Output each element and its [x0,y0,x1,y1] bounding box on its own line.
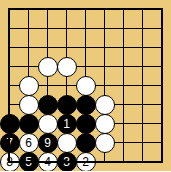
board-point[interactable] [38,114,57,133]
board-point[interactable]: 8 [0,152,19,171]
board-point[interactable] [57,0,76,19]
move-number-label: 6 [25,137,32,149]
stone-black[interactable] [0,114,20,134]
board-point[interactable] [76,19,95,38]
board-point[interactable] [114,152,133,171]
stone-black-move-9[interactable]: 9 [38,133,58,153]
board-point[interactable] [57,95,76,114]
stone-white-move-4[interactable]: 4 [38,152,58,172]
board-point[interactable] [95,38,114,57]
stone-black[interactable] [76,133,96,153]
move-number-label: 8 [6,156,13,168]
board-point[interactable] [133,152,152,171]
board-point[interactable] [114,0,133,19]
board-point[interactable] [0,57,19,76]
board-point[interactable] [76,0,95,19]
move-number-label: 4 [44,156,51,168]
board-point[interactable] [95,57,114,76]
board-point[interactable] [19,19,38,38]
board-point[interactable]: 2 [76,152,95,171]
stone-black[interactable] [76,95,96,115]
board-point[interactable] [114,57,133,76]
board-point[interactable] [76,114,95,133]
board-point[interactable] [19,114,38,133]
stone-white[interactable] [95,95,115,115]
stone-white[interactable] [95,114,115,134]
board-point[interactable] [152,133,171,152]
board-point[interactable]: 3 [57,152,76,171]
board-point[interactable] [95,19,114,38]
board-point[interactable] [57,76,76,95]
board-point[interactable] [76,38,95,57]
board-point[interactable] [76,57,95,76]
board-point[interactable] [0,38,19,57]
board-point[interactable] [0,19,19,38]
board-point[interactable] [114,38,133,57]
move-number-label: 2 [82,156,89,168]
board-point[interactable] [114,19,133,38]
board-point[interactable] [152,38,171,57]
board-point[interactable]: 4 [38,152,57,171]
board-point[interactable] [95,152,114,171]
stone-white-move-6[interactable]: 6 [19,133,39,153]
board-point[interactable]: 9 [38,133,57,152]
stone-black-move-7[interactable]: 7 [0,133,20,153]
board-point[interactable] [19,95,38,114]
board-point[interactable]: 6 [19,133,38,152]
stone-black-move-3[interactable]: 3 [57,152,77,172]
board-point[interactable] [76,133,95,152]
stone-black[interactable] [19,114,39,134]
board-point[interactable] [38,76,57,95]
board-point[interactable] [38,0,57,19]
board-point[interactable] [0,95,19,114]
board-point[interactable] [76,95,95,114]
board-point[interactable] [19,38,38,57]
board-point[interactable] [152,114,171,133]
board-point[interactable] [95,76,114,95]
board-point[interactable] [38,38,57,57]
board-point[interactable] [76,76,95,95]
board-point[interactable] [0,0,19,19]
board-point[interactable] [152,152,171,171]
board-point[interactable] [133,76,152,95]
board-point[interactable] [152,19,171,38]
stone-white[interactable] [38,114,58,134]
board-point[interactable] [133,133,152,152]
move-number-label: 9 [44,137,51,149]
board-point[interactable] [95,133,114,152]
board-point[interactable] [57,38,76,57]
board-point[interactable] [114,114,133,133]
board-point[interactable] [19,57,38,76]
stone-white[interactable] [76,76,96,96]
stone-black[interactable] [57,95,77,115]
board-point[interactable] [114,76,133,95]
board-point[interactable] [38,19,57,38]
board-point[interactable] [95,114,114,133]
board-point[interactable] [0,114,19,133]
go-diagram: 176985432 [0,0,171,171]
board-point[interactable]: 5 [19,152,38,171]
board-point[interactable]: 1 [57,114,76,133]
move-number-label: 5 [25,156,32,168]
go-board: 176985432 [0,0,171,171]
stone-white-move-2[interactable]: 2 [76,152,96,172]
board-point[interactable] [152,57,171,76]
stone-white[interactable] [57,133,77,153]
board-point[interactable] [152,95,171,114]
stone-white[interactable] [38,57,58,77]
board-point[interactable] [133,38,152,57]
board-point[interactable] [0,76,19,95]
move-number-label: 3 [63,156,70,168]
board-point[interactable] [133,57,152,76]
board-point[interactable] [57,133,76,152]
board-point[interactable] [114,133,133,152]
board-point[interactable] [57,57,76,76]
board-point[interactable] [19,0,38,19]
board-point[interactable] [114,95,133,114]
move-number-label: 1 [63,118,70,130]
board-point[interactable] [133,114,152,133]
stone-white[interactable] [95,133,115,153]
stone-white[interactable] [19,76,39,96]
board-point[interactable]: 7 [0,133,19,152]
board-point[interactable] [133,95,152,114]
board-point[interactable] [19,76,38,95]
stone-black-move-1[interactable]: 1 [57,114,77,134]
board-point[interactable] [152,0,171,19]
stone-white-move-8[interactable]: 8 [0,152,20,172]
board-point[interactable] [152,76,171,95]
stone-white[interactable] [57,57,77,77]
stone-black-move-5[interactable]: 5 [19,152,39,172]
board-point[interactable] [38,57,57,76]
board-point[interactable] [95,95,114,114]
stone-black[interactable] [38,95,58,115]
board-point[interactable] [95,0,114,19]
board-point[interactable] [38,95,57,114]
board-point[interactable] [133,19,152,38]
stone-black[interactable] [76,114,96,134]
board-point[interactable] [133,0,152,19]
stone-white[interactable] [19,95,39,115]
move-number-label: 7 [6,137,13,149]
board-point[interactable] [57,19,76,38]
